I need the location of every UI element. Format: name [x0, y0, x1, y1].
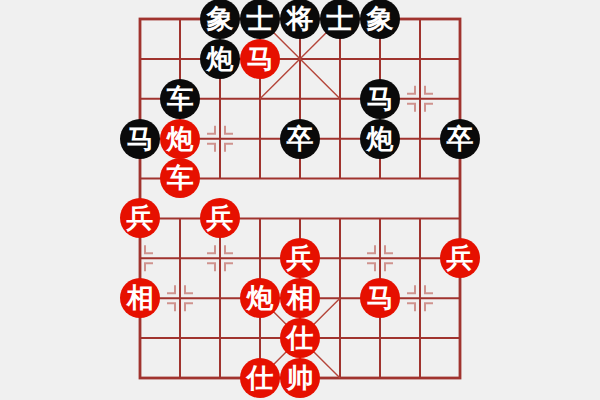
pieces-layer: 象士将士象炮马车马马炮卒炮卒车兵兵兵兵相炮相马仕仕帅	[120, 0, 480, 398]
black-advisor[interactable]: 士	[320, 0, 360, 39]
red-cannon[interactable]: 炮	[160, 119, 200, 159]
black-horse[interactable]: 马	[120, 119, 160, 159]
black-soldier[interactable]: 卒	[440, 119, 480, 159]
black-cannon[interactable]: 炮	[200, 39, 240, 79]
black-general[interactable]: 将	[280, 0, 320, 39]
black-elephant[interactable]: 象	[360, 0, 400, 39]
black-soldier[interactable]: 卒	[280, 119, 320, 159]
red-soldier[interactable]: 兵	[120, 198, 160, 238]
red-soldier[interactable]: 兵	[200, 198, 240, 238]
red-horse[interactable]: 马	[360, 278, 400, 318]
red-general[interactable]: 帅	[280, 358, 320, 398]
red-cannon[interactable]: 炮	[240, 278, 280, 318]
red-advisor[interactable]: 仕	[280, 318, 320, 358]
red-elephant[interactable]: 相	[280, 278, 320, 318]
red-soldier[interactable]: 兵	[280, 238, 320, 278]
red-soldier[interactable]: 兵	[440, 238, 480, 278]
xiangqi-app-screen: 象士将士象炮马车马马炮卒炮卒车兵兵兵兵相炮相马仕仕帅	[0, 0, 600, 400]
red-chariot[interactable]: 车	[160, 158, 200, 198]
red-horse[interactable]: 马	[240, 39, 280, 79]
black-cannon[interactable]: 炮	[360, 119, 400, 159]
black-horse[interactable]: 马	[360, 79, 400, 119]
black-advisor[interactable]: 士	[240, 0, 280, 39]
black-elephant[interactable]: 象	[200, 0, 240, 39]
red-advisor[interactable]: 仕	[240, 358, 280, 398]
black-chariot[interactable]: 车	[160, 79, 200, 119]
red-elephant[interactable]: 相	[120, 278, 160, 318]
